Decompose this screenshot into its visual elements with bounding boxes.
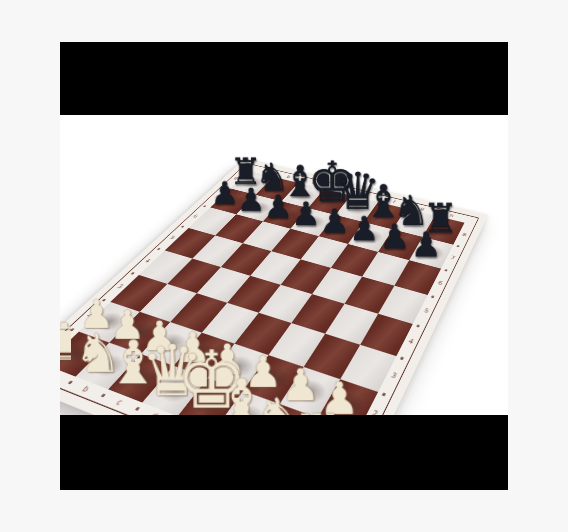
- chess-board: aabbccddeeffgghh8877665544332211♜♞♝♚♛♝♞♜…: [60, 158, 488, 415]
- black-pawn-glyph: ♟: [378, 220, 412, 254]
- board-scene: aabbccddeeffgghh8877665544332211♜♞♝♚♛♝♞♜…: [60, 115, 508, 415]
- white-rook-glyph: ♜: [292, 407, 340, 415]
- screenshot-canvas: { "page": { "background": "#f7f7f7", "le…: [0, 0, 568, 532]
- product-image: aabbccddeeffgghh8877665544332211♜♞♝♚♛♝♞♜…: [60, 42, 508, 490]
- chess-set-photo: aabbccddeeffgghh8877665544332211♜♞♝♚♛♝♞♜…: [60, 115, 508, 415]
- bottom-letterbox-bar: [60, 415, 508, 490]
- black-pawn-glyph: ♟: [348, 213, 381, 246]
- top-letterbox-bar: [60, 42, 508, 115]
- black-pawn-glyph: ♟: [409, 228, 444, 263]
- black-pawn-glyph: ♟: [318, 205, 351, 238]
